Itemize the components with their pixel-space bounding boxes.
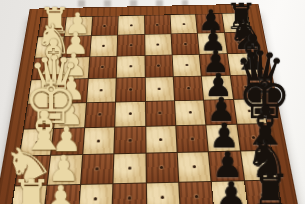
square-r6c4 [146, 153, 178, 182]
square-r1c6: ♟ [198, 33, 226, 54]
square-r5c1: ♟ [52, 128, 84, 155]
square-r0c5 [170, 14, 197, 33]
square-r7c0: ♜ [11, 185, 47, 204]
square-r1c7: ♞ [225, 33, 254, 53]
square-r0c2 [92, 16, 118, 35]
square-r5c3 [115, 127, 145, 154]
square-r0c7: ♜ [222, 13, 250, 32]
square-r2c4 [145, 55, 173, 77]
square-r0c4 [145, 15, 171, 34]
square-r4c4 [146, 101, 176, 126]
white-pawn: ♟ [51, 125, 81, 156]
square-r0c6: ♟ [196, 14, 223, 33]
square-r3c2 [87, 78, 116, 101]
square-r6c5 [178, 152, 211, 181]
scene: ♜♟♟♜♞♟♟♞♝♟♟♝♛♟♟♛♚♟♟♚♝♟♟♝♞♟♟♞♜♟♟♜ [0, 0, 305, 204]
square-r1c3 [118, 35, 145, 56]
square-r3c0: ♛ [28, 80, 59, 103]
square-r3c3 [116, 78, 144, 101]
square-r7c5 [179, 182, 213, 204]
square-r1c1: ♟ [63, 36, 91, 57]
square-r2c3 [117, 56, 144, 78]
square-r5c0: ♝ [20, 129, 53, 156]
square-r7c2 [79, 184, 113, 204]
square-r2c0: ♝ [32, 58, 62, 80]
square-r2c7: ♝ [227, 53, 257, 75]
square-r0c0: ♜ [38, 17, 66, 36]
square-r6c7: ♞ [241, 151, 276, 180]
black-pawn: ♟ [212, 149, 244, 181]
square-r5c4 [146, 126, 177, 153]
chess-board-photo: ♜♟♟♜♞♟♟♞♝♟♟♝♛♟♟♛♚♟♟♚♝♟♟♝♞♟♟♞♜♟♟♜ [0, 0, 305, 204]
chess-board: ♜♟♟♜♞♟♟♞♝♟♟♝♛♟♟♛♚♟♟♚♝♟♟♝♞♟♟♞♜♟♟♜ [0, 4, 302, 204]
square-r4c1: ♟ [55, 103, 86, 128]
square-r6c2 [81, 155, 114, 184]
square-r4c2 [85, 102, 115, 127]
square-r3c4 [145, 77, 174, 100]
square-r5c2 [83, 127, 114, 154]
square-r0c1: ♟ [65, 17, 92, 36]
black-pawn: ♟ [198, 7, 224, 33]
square-r0c3 [118, 16, 144, 35]
square-r2c5 [173, 55, 202, 77]
square-r3c5 [174, 77, 204, 100]
square-r5c6: ♟ [207, 125, 240, 152]
square-r6c6: ♟ [209, 152, 243, 181]
square-r7c7: ♜ [245, 180, 282, 204]
square-r1c0: ♞ [35, 37, 64, 58]
chess-board-grid: ♜♟♟♜♞♟♟♞♝♟♟♝♛♟♟♛♚♟♟♚♝♟♟♝♞♟♟♞♜♟♟♜ [9, 13, 283, 204]
square-r1c4 [145, 34, 172, 55]
square-r4c3 [115, 101, 144, 126]
square-r1c2 [90, 36, 117, 57]
square-r3c6: ♟ [202, 76, 232, 99]
square-r4c6: ♟ [204, 99, 236, 124]
square-r5c5 [176, 125, 208, 152]
square-r7c3 [113, 183, 146, 204]
white-rook: ♜ [38, 5, 64, 38]
square-r4c0: ♚ [24, 103, 56, 128]
square-r7c1: ♟ [45, 185, 80, 204]
square-r6c1: ♟ [48, 155, 82, 184]
square-r2c2 [88, 56, 116, 78]
square-r2c6: ♟ [200, 54, 229, 76]
black-pawn: ♟ [207, 95, 236, 125]
square-r3c7: ♛ [230, 75, 261, 98]
square-r1c5 [171, 34, 199, 55]
black-rook: ♜ [225, 0, 251, 33]
square-r7c4 [146, 182, 179, 204]
white-pawn: ♟ [48, 153, 80, 185]
black-pawn: ♟ [215, 179, 248, 204]
square-r3c1: ♟ [57, 79, 87, 102]
white-pawn: ♟ [44, 183, 77, 204]
square-r4c5 [175, 100, 206, 125]
black-pawn: ♟ [209, 121, 239, 152]
square-r2c1: ♟ [60, 57, 89, 79]
square-r6c0: ♞ [15, 156, 50, 185]
white-pawn: ♟ [54, 99, 83, 129]
square-r7c6: ♟ [212, 181, 248, 204]
square-r5c7: ♝ [237, 124, 271, 151]
square-r4c7: ♚ [234, 99, 267, 124]
square-r6c3 [114, 154, 146, 183]
white-pawn: ♟ [65, 10, 91, 36]
